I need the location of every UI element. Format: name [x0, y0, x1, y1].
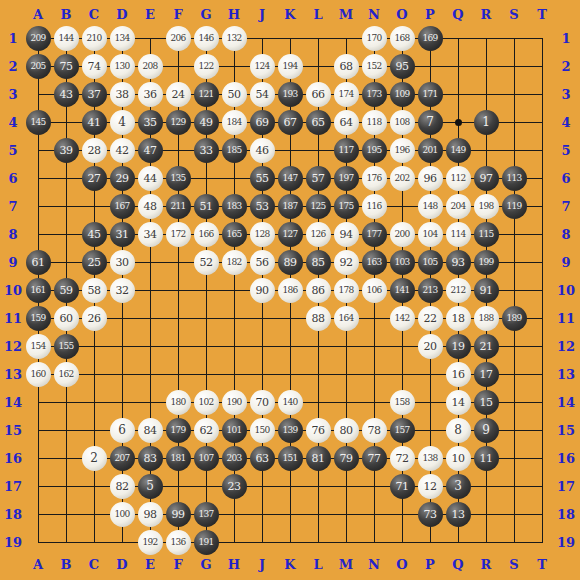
board-point[interactable]: [416, 388, 444, 416]
board-point[interactable]: [472, 52, 500, 80]
board-point[interactable]: 178: [332, 276, 360, 304]
board-point[interactable]: [528, 136, 556, 164]
board-point[interactable]: [500, 24, 528, 52]
board-point[interactable]: 44: [136, 164, 164, 192]
board-point[interactable]: [500, 500, 528, 528]
board-point[interactable]: 113: [500, 164, 528, 192]
board-point[interactable]: [108, 388, 136, 416]
board-point[interactable]: 198: [472, 192, 500, 220]
board-point[interactable]: 106: [360, 276, 388, 304]
board-point[interactable]: [80, 388, 108, 416]
board-point[interactable]: 128: [248, 220, 276, 248]
board-point[interactable]: 119: [500, 192, 528, 220]
board-point[interactable]: [528, 360, 556, 388]
board-point[interactable]: 26: [80, 304, 108, 332]
board-point[interactable]: 52: [192, 248, 220, 276]
board-point[interactable]: 186: [276, 276, 304, 304]
board-point[interactable]: [528, 500, 556, 528]
board-point[interactable]: [332, 528, 360, 556]
board-point[interactable]: 98: [136, 500, 164, 528]
board-point[interactable]: 213: [416, 276, 444, 304]
board-point[interactable]: [388, 528, 416, 556]
board-point[interactable]: [108, 332, 136, 360]
board-point[interactable]: 132: [220, 24, 248, 52]
board-point[interactable]: [332, 24, 360, 52]
board-point[interactable]: 92: [332, 248, 360, 276]
board-point[interactable]: 61: [24, 248, 52, 276]
board-point[interactable]: 127: [276, 220, 304, 248]
board-point[interactable]: 28: [80, 136, 108, 164]
board-point[interactable]: [220, 164, 248, 192]
board-point[interactable]: 90: [248, 276, 276, 304]
board-point[interactable]: 14: [444, 388, 472, 416]
board-point[interactable]: [192, 304, 220, 332]
board-point[interactable]: 158: [388, 388, 416, 416]
board-point[interactable]: 39: [52, 136, 80, 164]
board-point[interactable]: 47: [136, 136, 164, 164]
board-point[interactable]: [500, 444, 528, 472]
board-point[interactable]: 183: [220, 192, 248, 220]
board-point[interactable]: [220, 52, 248, 80]
board-point[interactable]: [332, 360, 360, 388]
board-point[interactable]: 100: [108, 500, 136, 528]
board-point[interactable]: 160: [24, 360, 52, 388]
board-point[interactable]: [472, 528, 500, 556]
board-point[interactable]: [388, 192, 416, 220]
board-point[interactable]: [276, 304, 304, 332]
board-point[interactable]: [304, 472, 332, 500]
board-point[interactable]: 171: [416, 80, 444, 108]
board-point[interactable]: [360, 332, 388, 360]
board-point[interactable]: 32: [108, 276, 136, 304]
board-point[interactable]: 46: [248, 136, 276, 164]
board-point[interactable]: 57: [304, 164, 332, 192]
board-point[interactable]: 161: [24, 276, 52, 304]
board-point[interactable]: [248, 332, 276, 360]
board-point[interactable]: 136: [164, 528, 192, 556]
board-point[interactable]: 29: [108, 164, 136, 192]
board-point[interactable]: 96: [416, 164, 444, 192]
board-point[interactable]: 159: [24, 304, 52, 332]
board-point[interactable]: 50: [220, 80, 248, 108]
board-point[interactable]: 107: [192, 444, 220, 472]
board-point[interactable]: [500, 388, 528, 416]
board-point[interactable]: [52, 472, 80, 500]
board-point[interactable]: [360, 528, 388, 556]
board-point[interactable]: [360, 472, 388, 500]
board-point[interactable]: 81: [304, 444, 332, 472]
board-point[interactable]: [220, 528, 248, 556]
board-point[interactable]: [52, 388, 80, 416]
board-point[interactable]: 43: [52, 80, 80, 108]
board-point[interactable]: 200: [388, 220, 416, 248]
board-point[interactable]: 1: [472, 108, 500, 136]
board-point[interactable]: 58: [80, 276, 108, 304]
board-point[interactable]: 42: [108, 136, 136, 164]
board-point[interactable]: 24: [164, 80, 192, 108]
board-point[interactable]: 15: [472, 388, 500, 416]
board-point[interactable]: 76: [304, 416, 332, 444]
board-point[interactable]: [164, 304, 192, 332]
board-point[interactable]: [528, 304, 556, 332]
board-point[interactable]: 202: [388, 164, 416, 192]
board-point[interactable]: 27: [80, 164, 108, 192]
board-point[interactable]: 185: [220, 136, 248, 164]
board-point[interactable]: [52, 108, 80, 136]
board-point[interactable]: 150: [248, 416, 276, 444]
board-point[interactable]: 33: [192, 136, 220, 164]
board-point[interactable]: [528, 220, 556, 248]
board-point[interactable]: 121: [192, 80, 220, 108]
board-point[interactable]: 175: [332, 192, 360, 220]
board-point[interactable]: [136, 276, 164, 304]
board-point[interactable]: [500, 80, 528, 108]
board-point[interactable]: 139: [276, 416, 304, 444]
board-point[interactable]: [528, 192, 556, 220]
board-point[interactable]: [52, 192, 80, 220]
board-point[interactable]: 203: [220, 444, 248, 472]
board-point[interactable]: 19: [444, 332, 472, 360]
board-point[interactable]: 5: [136, 472, 164, 500]
board-point[interactable]: 99: [164, 500, 192, 528]
board-point[interactable]: [192, 332, 220, 360]
board-point[interactable]: [24, 136, 52, 164]
board-point[interactable]: [528, 416, 556, 444]
board-point[interactable]: [500, 136, 528, 164]
board-point[interactable]: 122: [192, 52, 220, 80]
board-point[interactable]: 54: [248, 80, 276, 108]
board-point[interactable]: 144: [52, 24, 80, 52]
board-point[interactable]: 97: [472, 164, 500, 192]
board-point[interactable]: [528, 444, 556, 472]
board-point[interactable]: 91: [472, 276, 500, 304]
board-point[interactable]: 94: [332, 220, 360, 248]
board-point[interactable]: [24, 388, 52, 416]
board-point[interactable]: 66: [304, 80, 332, 108]
board-point[interactable]: 206: [164, 24, 192, 52]
board-point[interactable]: 176: [360, 164, 388, 192]
board-point[interactable]: [444, 108, 472, 136]
board-point[interactable]: 129: [164, 108, 192, 136]
board-point[interactable]: 55: [248, 164, 276, 192]
board-point[interactable]: [528, 332, 556, 360]
board-point[interactable]: 191: [192, 528, 220, 556]
board-point[interactable]: [444, 528, 472, 556]
board-point[interactable]: 179: [164, 416, 192, 444]
board-point[interactable]: 205: [24, 52, 52, 80]
board-point[interactable]: 13: [444, 500, 472, 528]
board-point[interactable]: [52, 528, 80, 556]
board-point[interactable]: 21: [472, 332, 500, 360]
board-point[interactable]: 102: [192, 388, 220, 416]
board-point[interactable]: 56: [248, 248, 276, 276]
board-point[interactable]: 180: [164, 388, 192, 416]
board-point[interactable]: 114: [444, 220, 472, 248]
board-point[interactable]: 4: [108, 108, 136, 136]
board-point[interactable]: [528, 80, 556, 108]
board-point[interactable]: [500, 52, 528, 80]
board-point[interactable]: 49: [192, 108, 220, 136]
board-point[interactable]: [248, 472, 276, 500]
board-point[interactable]: 25: [80, 248, 108, 276]
board-point[interactable]: [80, 500, 108, 528]
board-point[interactable]: 108: [388, 108, 416, 136]
board-point[interactable]: 31: [108, 220, 136, 248]
board-point[interactable]: 117: [332, 136, 360, 164]
board-point[interactable]: 51: [192, 192, 220, 220]
board-point[interactable]: 201: [416, 136, 444, 164]
board-point[interactable]: 78: [360, 416, 388, 444]
board-point[interactable]: 147: [276, 164, 304, 192]
board-point[interactable]: [304, 528, 332, 556]
board-point[interactable]: 124: [248, 52, 276, 80]
board-point[interactable]: 173: [360, 80, 388, 108]
board-point[interactable]: [136, 388, 164, 416]
board-point[interactable]: 7: [416, 108, 444, 136]
board-point[interactable]: [528, 248, 556, 276]
board-point[interactable]: 48: [136, 192, 164, 220]
board-point[interactable]: [528, 24, 556, 52]
board-point[interactable]: [304, 388, 332, 416]
board-point[interactable]: 152: [360, 52, 388, 80]
board-point[interactable]: 162: [52, 360, 80, 388]
board-point[interactable]: 138: [416, 444, 444, 472]
board-point[interactable]: 134: [108, 24, 136, 52]
board-point[interactable]: [164, 360, 192, 388]
board-point[interactable]: [500, 416, 528, 444]
board-point[interactable]: 12: [416, 472, 444, 500]
board-point[interactable]: 69: [248, 108, 276, 136]
board-point[interactable]: [472, 500, 500, 528]
board-point[interactable]: 170: [360, 24, 388, 52]
board-point[interactable]: 194: [276, 52, 304, 80]
board-point[interactable]: [416, 416, 444, 444]
board-point[interactable]: [192, 472, 220, 500]
board-point[interactable]: [444, 24, 472, 52]
board-point[interactable]: 118: [360, 108, 388, 136]
board-point[interactable]: 211: [164, 192, 192, 220]
board-point[interactable]: [220, 360, 248, 388]
board-point[interactable]: [472, 24, 500, 52]
board-point[interactable]: 20: [416, 332, 444, 360]
board-point[interactable]: 109: [388, 80, 416, 108]
board-point[interactable]: 168: [388, 24, 416, 52]
board-point[interactable]: [136, 248, 164, 276]
board-point[interactable]: [472, 472, 500, 500]
board-point[interactable]: [388, 332, 416, 360]
board-point[interactable]: 149: [444, 136, 472, 164]
board-point[interactable]: [220, 500, 248, 528]
board-point[interactable]: 16: [444, 360, 472, 388]
board-point[interactable]: 23: [220, 472, 248, 500]
board-point[interactable]: [304, 332, 332, 360]
board-point[interactable]: 36: [136, 80, 164, 108]
board-point[interactable]: [164, 332, 192, 360]
board-point[interactable]: [248, 500, 276, 528]
board-point[interactable]: 75: [52, 52, 80, 80]
board-point[interactable]: 6: [108, 416, 136, 444]
board-point[interactable]: 157: [388, 416, 416, 444]
board-point[interactable]: 95: [388, 52, 416, 80]
board-point[interactable]: 18: [444, 304, 472, 332]
board-point[interactable]: [472, 80, 500, 108]
board-point[interactable]: [248, 528, 276, 556]
board-point[interactable]: 167: [108, 192, 136, 220]
board-point[interactable]: [304, 136, 332, 164]
board-point[interactable]: [528, 164, 556, 192]
board-point[interactable]: 199: [472, 248, 500, 276]
board-point[interactable]: [500, 276, 528, 304]
board-point[interactable]: [164, 472, 192, 500]
board-point[interactable]: 68: [332, 52, 360, 80]
board-point[interactable]: 3: [444, 472, 472, 500]
board-point[interactable]: 115: [472, 220, 500, 248]
board-point[interactable]: [500, 528, 528, 556]
board-point[interactable]: [528, 276, 556, 304]
board-point[interactable]: [192, 360, 220, 388]
board-point[interactable]: [276, 136, 304, 164]
board-point[interactable]: [332, 332, 360, 360]
board-point[interactable]: [276, 360, 304, 388]
board-point[interactable]: [164, 52, 192, 80]
board-point[interactable]: 89: [276, 248, 304, 276]
board-point[interactable]: 196: [388, 136, 416, 164]
board-point[interactable]: 193: [276, 80, 304, 108]
board-point[interactable]: 164: [332, 304, 360, 332]
board-point[interactable]: [52, 164, 80, 192]
board-point[interactable]: 169: [416, 24, 444, 52]
board-point[interactable]: 165: [220, 220, 248, 248]
board-point[interactable]: 195: [360, 136, 388, 164]
board-point[interactable]: [136, 360, 164, 388]
board-point[interactable]: 192: [136, 528, 164, 556]
board-point[interactable]: [24, 472, 52, 500]
board-point[interactable]: 212: [444, 276, 472, 304]
board-point[interactable]: [52, 416, 80, 444]
board-point[interactable]: [80, 472, 108, 500]
board-point[interactable]: 2: [80, 444, 108, 472]
board-point[interactable]: [416, 528, 444, 556]
board-point[interactable]: 8: [444, 416, 472, 444]
board-point[interactable]: [332, 388, 360, 416]
board-point[interactable]: 38: [108, 80, 136, 108]
board-point[interactable]: [276, 472, 304, 500]
board-point[interactable]: 105: [416, 248, 444, 276]
board-point[interactable]: 65: [304, 108, 332, 136]
board-point[interactable]: [360, 500, 388, 528]
board-point[interactable]: 189: [500, 304, 528, 332]
board-point[interactable]: 101: [220, 416, 248, 444]
board-point[interactable]: [80, 192, 108, 220]
board-point[interactable]: [528, 108, 556, 136]
board-point[interactable]: 82: [108, 472, 136, 500]
board-point[interactable]: [304, 24, 332, 52]
board-point[interactable]: 207: [108, 444, 136, 472]
board-point[interactable]: 77: [360, 444, 388, 472]
board-point[interactable]: 137: [192, 500, 220, 528]
board-point[interactable]: [220, 304, 248, 332]
board-point[interactable]: 53: [248, 192, 276, 220]
board-point[interactable]: 41: [80, 108, 108, 136]
board-point[interactable]: 71: [388, 472, 416, 500]
board-point[interactable]: 86: [304, 276, 332, 304]
board-point[interactable]: 166: [192, 220, 220, 248]
board-point[interactable]: 93: [444, 248, 472, 276]
board-point[interactable]: [528, 472, 556, 500]
board-point[interactable]: 125: [304, 192, 332, 220]
board-point[interactable]: 197: [332, 164, 360, 192]
board-point[interactable]: [164, 136, 192, 164]
board-point[interactable]: 135: [164, 164, 192, 192]
board-point[interactable]: 9: [472, 416, 500, 444]
board-point[interactable]: 35: [136, 108, 164, 136]
board-point[interactable]: 174: [332, 80, 360, 108]
board-point[interactable]: 151: [276, 444, 304, 472]
board-point[interactable]: [24, 500, 52, 528]
board-point[interactable]: [108, 360, 136, 388]
board-point[interactable]: 187: [276, 192, 304, 220]
board-point[interactable]: 74: [80, 52, 108, 80]
board-point[interactable]: 63: [248, 444, 276, 472]
board-point[interactable]: 88: [304, 304, 332, 332]
board-point[interactable]: [52, 220, 80, 248]
board-point[interactable]: 30: [108, 248, 136, 276]
board-point[interactable]: 182: [220, 248, 248, 276]
board-point[interactable]: 80: [332, 416, 360, 444]
board-point[interactable]: 210: [80, 24, 108, 52]
board-point[interactable]: [24, 164, 52, 192]
board-point[interactable]: 116: [360, 192, 388, 220]
board-point[interactable]: [248, 24, 276, 52]
board-point[interactable]: 70: [248, 388, 276, 416]
board-point[interactable]: 11: [472, 444, 500, 472]
board-point[interactable]: [108, 528, 136, 556]
board-point[interactable]: 84: [136, 416, 164, 444]
board-point[interactable]: [528, 388, 556, 416]
board-point[interactable]: 190: [220, 388, 248, 416]
board-point[interactable]: 64: [332, 108, 360, 136]
board-point[interactable]: 177: [360, 220, 388, 248]
board-point[interactable]: 163: [360, 248, 388, 276]
board-point[interactable]: [220, 276, 248, 304]
board-point[interactable]: [388, 360, 416, 388]
board-point[interactable]: [500, 332, 528, 360]
board-point[interactable]: [416, 360, 444, 388]
board-point[interactable]: [24, 192, 52, 220]
board-point[interactable]: 142: [388, 304, 416, 332]
board-point[interactable]: [248, 360, 276, 388]
board-point[interactable]: 37: [80, 80, 108, 108]
board-point[interactable]: 184: [220, 108, 248, 136]
board-point[interactable]: 126: [304, 220, 332, 248]
board-point[interactable]: 85: [304, 248, 332, 276]
board-point[interactable]: 72: [388, 444, 416, 472]
board-point[interactable]: [80, 360, 108, 388]
board-point[interactable]: [248, 304, 276, 332]
board-point[interactable]: [472, 136, 500, 164]
board-point[interactable]: 59: [52, 276, 80, 304]
board-point[interactable]: [192, 164, 220, 192]
board-point[interactable]: 181: [164, 444, 192, 472]
board-point[interactable]: 141: [388, 276, 416, 304]
board-point[interactable]: [528, 52, 556, 80]
board-point[interactable]: [276, 24, 304, 52]
board-point[interactable]: 146: [192, 24, 220, 52]
board-point[interactable]: [500, 108, 528, 136]
board-point[interactable]: [136, 24, 164, 52]
board-point[interactable]: [388, 500, 416, 528]
board-point[interactable]: [164, 248, 192, 276]
